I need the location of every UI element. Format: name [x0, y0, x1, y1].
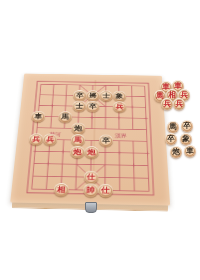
xiangqi-board: 楚河 漢界 卒將士象士卒兵車馬炮兵兵馬卒炮炮仕相帥仕	[10, 74, 170, 206]
piece-black-f0r3[interactable]: 車	[31, 111, 46, 122]
captured-black-tray: 馬卒卒象炮車	[162, 118, 200, 166]
piece-black-f6r1[interactable]: 象	[113, 91, 126, 102]
piece-red-f3r6[interactable]: 炮	[70, 146, 85, 158]
piece-black-f3r1[interactable]: 卒	[73, 90, 87, 101]
captured-piece-black-5[interactable]: 炮	[170, 146, 182, 158]
piece-red-f5r9[interactable]: 仕	[98, 184, 113, 197]
piece-black-f4r1[interactable]: 將	[86, 90, 99, 101]
piece-red-f0r5[interactable]: 兵	[29, 133, 44, 145]
captured-piece-black-3[interactable]: 卒	[165, 133, 177, 145]
captured-red-tray: 車車馬相兵兵兵	[152, 78, 198, 114]
piece-red-f1r5[interactable]: 兵	[43, 134, 58, 146]
board-surface: 楚河 漢界 卒將士象士卒兵車馬炮兵兵馬卒炮炮仕相帥仕	[10, 74, 170, 206]
piece-red-f4r9[interactable]: 帥	[83, 183, 98, 196]
piece-black-f5r5[interactable]: 卒	[99, 135, 113, 147]
captured-piece-red-6[interactable]: 兵	[161, 98, 173, 110]
board-latch-icon	[85, 202, 97, 213]
captured-piece-black-1[interactable]: 馬	[167, 121, 179, 133]
captured-piece-black-4[interactable]: 象	[180, 133, 192, 145]
piece-red-f6r2[interactable]: 兵	[113, 101, 127, 112]
piece-red-f3r5[interactable]: 馬	[71, 134, 85, 146]
piece-red-f4r6[interactable]: 炮	[84, 146, 98, 158]
piece-black-f5r1[interactable]: 士	[99, 91, 112, 102]
photo-scene: 楚河 漢界 卒將士象士卒兵車馬炮兵兵馬卒炮炮仕相帥仕 車車馬相兵兵兵 馬卒卒象炮…	[0, 0, 200, 280]
piece-black-f3r4[interactable]: 炮	[71, 123, 85, 135]
captured-piece-black-6[interactable]: 車	[184, 145, 196, 157]
xiangqi-board-grid[interactable]: 卒將士象士卒兵車馬炮兵兵馬卒炮炮仕相帥仕	[24, 79, 157, 198]
captured-piece-black-2[interactable]: 卒	[181, 120, 193, 132]
piece-black-f3r2[interactable]: 士	[72, 101, 86, 112]
piece-black-f4r2[interactable]: 卒	[86, 101, 100, 112]
piece-red-f2r9[interactable]: 相	[53, 183, 68, 196]
captured-piece-red-7[interactable]: 兵	[173, 98, 185, 110]
piece-red-f4r8[interactable]: 仕	[84, 171, 99, 184]
piece-black-f2r3[interactable]: 馬	[58, 111, 72, 122]
